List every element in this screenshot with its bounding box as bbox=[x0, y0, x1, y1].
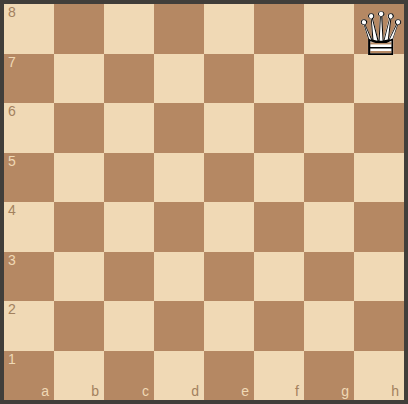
rank-label-7: 7 bbox=[8, 55, 16, 70]
square-d7[interactable] bbox=[154, 54, 204, 104]
square-e2[interactable] bbox=[204, 301, 254, 351]
square-d5[interactable] bbox=[154, 153, 204, 203]
square-f2[interactable] bbox=[254, 301, 304, 351]
square-h3[interactable] bbox=[354, 252, 404, 302]
square-g7[interactable] bbox=[304, 54, 354, 104]
square-b3[interactable] bbox=[54, 252, 104, 302]
square-g6[interactable] bbox=[304, 103, 354, 153]
square-h8[interactable]: ♛♕ bbox=[354, 4, 404, 54]
chess-board: 8♛♕7654321abcdefgh bbox=[4, 4, 404, 400]
square-f5[interactable] bbox=[254, 153, 304, 203]
square-f3[interactable] bbox=[254, 252, 304, 302]
square-c3[interactable] bbox=[104, 252, 154, 302]
rank-label-2: 2 bbox=[8, 302, 16, 317]
square-g2[interactable] bbox=[304, 301, 354, 351]
square-e7[interactable] bbox=[204, 54, 254, 104]
file-label-d: d bbox=[191, 384, 199, 399]
square-h5[interactable] bbox=[354, 153, 404, 203]
square-d8[interactable] bbox=[154, 4, 204, 54]
square-b7[interactable] bbox=[54, 54, 104, 104]
square-b1[interactable]: b bbox=[54, 351, 104, 401]
square-b4[interactable] bbox=[54, 202, 104, 252]
file-label-h: h bbox=[391, 384, 399, 399]
piece-glyph-outline: ♕ bbox=[354, 4, 408, 64]
square-f6[interactable] bbox=[254, 103, 304, 153]
square-h6[interactable] bbox=[354, 103, 404, 153]
square-h2[interactable] bbox=[354, 301, 404, 351]
square-d2[interactable] bbox=[154, 301, 204, 351]
square-h4[interactable] bbox=[354, 202, 404, 252]
square-a4[interactable]: 4 bbox=[4, 202, 54, 252]
square-a8[interactable]: 8 bbox=[4, 4, 54, 54]
square-b2[interactable] bbox=[54, 301, 104, 351]
square-e1[interactable]: e bbox=[204, 351, 254, 401]
square-c5[interactable] bbox=[104, 153, 154, 203]
square-e4[interactable] bbox=[204, 202, 254, 252]
square-d6[interactable] bbox=[154, 103, 204, 153]
square-b6[interactable] bbox=[54, 103, 104, 153]
square-a2[interactable]: 2 bbox=[4, 301, 54, 351]
square-c4[interactable] bbox=[104, 202, 154, 252]
file-label-g: g bbox=[341, 384, 349, 399]
piece-white-queen[interactable]: ♛♕ bbox=[354, 4, 404, 54]
square-e5[interactable] bbox=[204, 153, 254, 203]
square-h1[interactable]: h bbox=[354, 351, 404, 401]
rank-label-8: 8 bbox=[8, 5, 16, 20]
square-g4[interactable] bbox=[304, 202, 354, 252]
rank-label-3: 3 bbox=[8, 253, 16, 268]
file-label-c: c bbox=[142, 384, 149, 399]
square-g1[interactable]: g bbox=[304, 351, 354, 401]
square-a5[interactable]: 5 bbox=[4, 153, 54, 203]
file-label-a: a bbox=[41, 384, 49, 399]
square-d1[interactable]: d bbox=[154, 351, 204, 401]
rank-label-6: 6 bbox=[8, 104, 16, 119]
square-f1[interactable]: f bbox=[254, 351, 304, 401]
square-a3[interactable]: 3 bbox=[4, 252, 54, 302]
square-c7[interactable] bbox=[104, 54, 154, 104]
rank-label-1: 1 bbox=[8, 352, 16, 367]
rank-label-5: 5 bbox=[8, 154, 16, 169]
square-b5[interactable] bbox=[54, 153, 104, 203]
square-a1[interactable]: 1a bbox=[4, 351, 54, 401]
square-c2[interactable] bbox=[104, 301, 154, 351]
square-e8[interactable] bbox=[204, 4, 254, 54]
square-e6[interactable] bbox=[204, 103, 254, 153]
file-label-b: b bbox=[91, 384, 99, 399]
rank-label-4: 4 bbox=[8, 203, 16, 218]
chess-board-frame: 8♛♕7654321abcdefgh bbox=[0, 0, 408, 404]
square-d3[interactable] bbox=[154, 252, 204, 302]
square-c1[interactable]: c bbox=[104, 351, 154, 401]
square-g8[interactable] bbox=[304, 4, 354, 54]
square-b8[interactable] bbox=[54, 4, 104, 54]
square-c6[interactable] bbox=[104, 103, 154, 153]
square-a6[interactable]: 6 bbox=[4, 103, 54, 153]
square-e3[interactable] bbox=[204, 252, 254, 302]
square-f8[interactable] bbox=[254, 4, 304, 54]
file-label-f: f bbox=[295, 384, 299, 399]
square-a7[interactable]: 7 bbox=[4, 54, 54, 104]
square-c8[interactable] bbox=[104, 4, 154, 54]
file-label-e: e bbox=[241, 384, 249, 399]
square-g5[interactable] bbox=[304, 153, 354, 203]
square-d4[interactable] bbox=[154, 202, 204, 252]
square-f4[interactable] bbox=[254, 202, 304, 252]
square-f7[interactable] bbox=[254, 54, 304, 104]
square-g3[interactable] bbox=[304, 252, 354, 302]
